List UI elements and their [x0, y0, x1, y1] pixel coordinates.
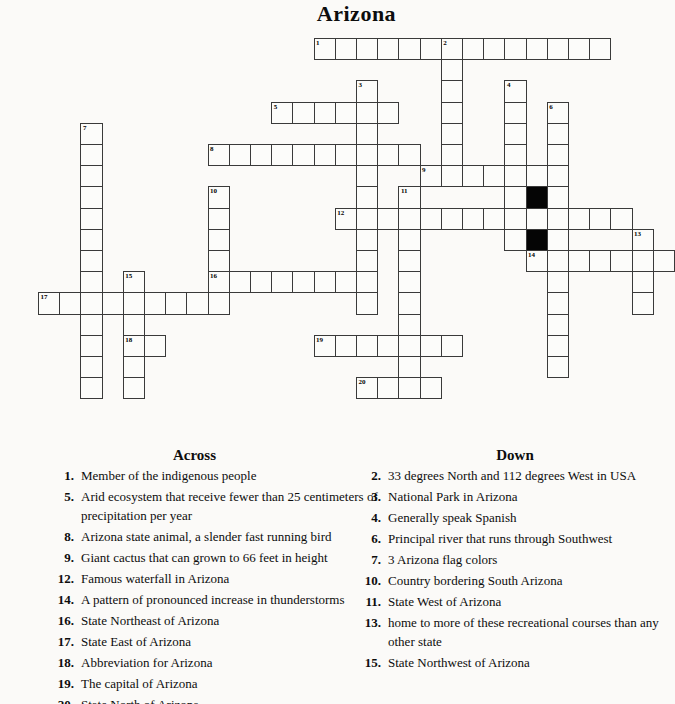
cell-6-19[interactable] — [441, 165, 463, 187]
clue-down-2: 2.33 degrees North and 112 degrees West … — [355, 466, 670, 485]
cell-7-8[interactable]: 10 — [208, 186, 230, 208]
cell-8-19[interactable] — [441, 208, 463, 230]
cell-8-16[interactable] — [377, 208, 399, 230]
cell-15-4[interactable] — [123, 356, 145, 378]
cell-10-28[interactable] — [632, 250, 654, 272]
cell-12-7[interactable] — [186, 292, 208, 314]
cell-3-19[interactable] — [441, 102, 463, 124]
clue-number: 12. — [52, 569, 81, 588]
cell-10-15[interactable] — [356, 250, 378, 272]
clue-text: State Northwest of Arizona — [388, 653, 660, 672]
clue-number: 14. — [52, 590, 81, 609]
cell-8-8[interactable] — [208, 208, 230, 230]
cell-12-1[interactable] — [59, 292, 81, 314]
clue-text: Principal river that runs through Southw… — [388, 529, 660, 548]
clue-across-17: 17.State East of Arizona — [52, 632, 394, 651]
cell-16-2[interactable] — [80, 377, 102, 399]
cell-15-24[interactable] — [547, 356, 569, 378]
clue-down-11: 11.State West of Arizona — [355, 592, 670, 611]
cell-11-14[interactable] — [335, 271, 357, 293]
clue-text: Famous waterfall in Arizona — [81, 569, 386, 588]
cell-11-12[interactable] — [292, 271, 314, 293]
clue-across-14: 14.A pattern of pronounced increase in t… — [52, 590, 394, 609]
cell-3-16[interactable] — [377, 102, 399, 124]
cell-14-4[interactable]: 18 — [123, 335, 145, 357]
cell-7-24[interactable] — [547, 186, 569, 208]
clue-text: State East of Arizona — [81, 632, 386, 651]
clue-text: Arizona state animal, a slender fast run… — [81, 527, 386, 546]
cell-5-22[interactable] — [504, 144, 526, 166]
cell-14-15[interactable] — [356, 335, 378, 357]
cell-11-2[interactable] — [80, 271, 102, 293]
cell-8-25[interactable] — [568, 208, 590, 230]
cell-number-13: 13 — [634, 230, 641, 238]
cell-10-25[interactable] — [568, 250, 590, 272]
cell-13-17[interactable] — [398, 314, 420, 336]
cell-number-20: 20 — [359, 378, 366, 386]
cell-number-5: 5 — [274, 103, 278, 111]
cell-8-27[interactable] — [610, 208, 632, 230]
cell-11-8[interactable]: 16 — [208, 271, 230, 293]
cell-number-15: 15 — [125, 272, 132, 280]
clue-number: 17. — [52, 632, 81, 651]
clue-across-16: 16.State Northeast of Arizona — [52, 611, 394, 630]
cell-number-18: 18 — [125, 336, 132, 344]
cell-0-20[interactable] — [462, 38, 484, 60]
cell-10-17[interactable] — [398, 250, 420, 272]
cell-3-24[interactable]: 6 — [547, 102, 569, 124]
cell-14-5[interactable] — [144, 335, 166, 357]
across-clues-section: Across 1.Member of the indigenous people… — [52, 446, 394, 704]
clue-down-6: 6.Principal river that runs through Sout… — [355, 529, 670, 548]
cell-1-19[interactable] — [441, 59, 463, 81]
cell-14-2[interactable] — [80, 335, 102, 357]
cell-6-18[interactable]: 9 — [420, 165, 442, 187]
cell-number-9: 9 — [422, 166, 426, 174]
clue-across-8: 8.Arizona state animal, a slender fast r… — [52, 527, 394, 546]
clue-text: home to more of these recreational cours… — [388, 613, 660, 651]
cell-8-22[interactable] — [504, 208, 526, 230]
cell-11-4[interactable]: 15 — [123, 271, 145, 293]
cell-12-4[interactable] — [123, 292, 145, 314]
cell-5-12[interactable] — [292, 144, 314, 166]
cell-3-13[interactable] — [314, 102, 336, 124]
cell-9-8[interactable] — [208, 229, 230, 251]
cell-13-2[interactable] — [80, 314, 102, 336]
cell-number-2: 2 — [443, 39, 447, 47]
cell-number-11: 11 — [401, 187, 408, 195]
cell-number-6: 6 — [549, 103, 553, 111]
cell-8-23[interactable] — [526, 208, 548, 230]
cell-10-27[interactable] — [610, 250, 632, 272]
cell-0-23[interactable] — [526, 38, 548, 60]
cell-14-19[interactable] — [441, 335, 463, 357]
cell-number-14: 14 — [528, 251, 535, 259]
clue-across-1: 1.Member of the indigenous people — [52, 466, 394, 485]
clue-across-18: 18.Abbreviation for Arizona — [52, 653, 394, 672]
cell-12-17[interactable] — [398, 292, 420, 314]
across-clue-list: 1.Member of the indigenous people5.Arid … — [52, 466, 394, 704]
cell-number-16: 16 — [210, 272, 217, 280]
cell-3-12[interactable] — [292, 102, 314, 124]
cell-number-17: 17 — [41, 293, 48, 301]
cell-9-15[interactable] — [356, 229, 378, 251]
cell-13-4[interactable] — [123, 314, 145, 336]
clue-number: 18. — [52, 653, 81, 672]
cell-5-14[interactable] — [335, 144, 357, 166]
cell-11-9[interactable] — [229, 271, 251, 293]
clue-text: Member of the indigenous people — [81, 466, 386, 485]
cell-12-28[interactable] — [632, 292, 654, 314]
clue-across-12: 12.Famous waterfall in Arizona — [52, 569, 394, 588]
cell-4-15[interactable] — [356, 123, 378, 145]
cell-0-26[interactable] — [589, 38, 611, 60]
cell-14-14[interactable] — [335, 335, 357, 357]
clue-text: Generally speak Spanish — [388, 508, 660, 527]
cell-3-22[interactable] — [504, 102, 526, 124]
cell-16-4[interactable] — [123, 377, 145, 399]
cell-3-15[interactable] — [356, 102, 378, 124]
cell-8-21[interactable] — [483, 208, 505, 230]
cell-9-22[interactable] — [504, 229, 526, 251]
cell-6-21[interactable] — [483, 165, 505, 187]
cell-8-15[interactable] — [356, 208, 378, 230]
cell-0-13[interactable]: 1 — [314, 38, 336, 60]
cell-2-22[interactable]: 4 — [504, 80, 526, 102]
cell-5-19[interactable] — [441, 144, 463, 166]
cell-9-17[interactable] — [398, 229, 420, 251]
cell-0-17[interactable] — [398, 38, 420, 60]
cell-8-2[interactable] — [80, 208, 102, 230]
clue-text: State North of Arizona — [81, 695, 386, 704]
cell-10-2[interactable] — [80, 250, 102, 272]
cell-6-23[interactable] — [526, 165, 548, 187]
cell-15-17[interactable] — [398, 356, 420, 378]
blocked-cell-7-23 — [526, 186, 548, 208]
clue-text: Abbreviation for Arizona — [81, 653, 386, 672]
cell-11-28[interactable] — [632, 271, 654, 293]
cell-11-10[interactable] — [250, 271, 272, 293]
cell-5-10[interactable] — [250, 144, 272, 166]
clue-number: 6. — [355, 529, 388, 548]
clue-number: 13. — [355, 613, 388, 651]
cell-14-18[interactable] — [420, 335, 442, 357]
cell-number-7: 7 — [83, 124, 87, 132]
clue-down-3: 3.National Park in Arizona — [355, 487, 670, 506]
cell-number-12: 12 — [337, 209, 344, 217]
clue-number: 16. — [52, 611, 81, 630]
cell-8-18[interactable] — [420, 208, 442, 230]
cell-number-1: 1 — [316, 39, 320, 47]
cell-5-8[interactable]: 8 — [208, 144, 230, 166]
cell-0-15[interactable] — [356, 38, 378, 60]
down-header: Down — [355, 446, 675, 464]
cell-8-17[interactable] — [398, 208, 420, 230]
cell-16-16[interactable] — [377, 377, 399, 399]
cell-3-14[interactable] — [335, 102, 357, 124]
clue-across-5: 5.Arid ecosystem that receive fewer than… — [52, 487, 394, 525]
cell-12-24[interactable] — [547, 292, 569, 314]
cell-2-19[interactable] — [441, 80, 463, 102]
clue-text: Country bordering South Arizona — [388, 571, 660, 590]
cell-11-24[interactable] — [547, 271, 569, 293]
cell-16-15[interactable]: 20 — [356, 377, 378, 399]
clue-number: 8. — [52, 527, 81, 546]
cell-16-17[interactable] — [398, 377, 420, 399]
cell-5-2[interactable] — [80, 144, 102, 166]
cell-5-16[interactable] — [377, 144, 399, 166]
cell-7-15[interactable] — [356, 186, 378, 208]
clue-number: 11. — [355, 592, 388, 611]
cell-10-29[interactable] — [653, 250, 675, 272]
clue-across-20: 20.State North of Arizona — [52, 695, 394, 704]
cell-12-6[interactable] — [165, 292, 187, 314]
cell-12-2[interactable] — [80, 292, 102, 314]
cell-15-2[interactable] — [80, 356, 102, 378]
across-header: Across — [52, 446, 337, 464]
clue-text: Giant cactus that can grown to 66 feet i… — [81, 548, 386, 567]
clue-down-4: 4.Generally speak Spanish — [355, 508, 670, 527]
cell-4-19[interactable] — [441, 123, 463, 145]
cell-6-15[interactable] — [356, 165, 378, 187]
cell-6-20[interactable] — [462, 165, 484, 187]
cell-14-13[interactable]: 19 — [314, 335, 336, 357]
cell-14-24[interactable] — [547, 335, 569, 357]
clue-number: 9. — [52, 548, 81, 567]
cell-0-16[interactable] — [377, 38, 399, 60]
cell-0-24[interactable] — [547, 38, 569, 60]
cell-9-28[interactable]: 13 — [632, 229, 654, 251]
cell-0-18[interactable] — [420, 38, 442, 60]
cell-0-19[interactable]: 2 — [441, 38, 463, 60]
cell-6-22[interactable] — [504, 165, 526, 187]
clue-text: State Northeast of Arizona — [81, 611, 386, 630]
clue-down-10: 10.Country bordering South Arizona — [355, 571, 670, 590]
cell-10-24[interactable] — [547, 250, 569, 272]
puzzle-title: Arizona — [38, 1, 675, 27]
clue-across-9: 9.Giant cactus that can grown to 66 feet… — [52, 548, 394, 567]
cell-6-24[interactable] — [547, 165, 569, 187]
cell-2-15[interactable]: 3 — [356, 80, 378, 102]
cell-9-24[interactable] — [547, 229, 569, 251]
cell-4-22[interactable] — [504, 123, 526, 145]
clue-number: 19. — [52, 674, 81, 693]
cell-number-4: 4 — [507, 81, 511, 89]
cell-6-2[interactable] — [80, 165, 102, 187]
cell-12-0[interactable]: 17 — [38, 292, 60, 314]
cell-5-13[interactable] — [314, 144, 336, 166]
clue-text: State West of Arizona — [388, 592, 660, 611]
clue-number: 5. — [52, 487, 81, 525]
cell-7-22[interactable] — [504, 186, 526, 208]
cell-11-17[interactable] — [398, 271, 420, 293]
cell-12-15[interactable] — [356, 292, 378, 314]
cell-12-5[interactable] — [144, 292, 166, 314]
cell-0-25[interactable] — [568, 38, 590, 60]
cell-number-10: 10 — [210, 187, 217, 195]
cell-0-22[interactable] — [504, 38, 526, 60]
clue-number: 7. — [355, 550, 388, 569]
clue-number: 20. — [52, 695, 81, 704]
cell-14-17[interactable] — [398, 335, 420, 357]
cell-5-11[interactable] — [271, 144, 293, 166]
clue-across-19: 19.The capital of Arizona — [52, 674, 394, 693]
cell-5-17[interactable] — [398, 144, 420, 166]
down-clues-section: Down 2.33 degrees North and 112 degrees … — [355, 446, 670, 674]
cell-7-2[interactable] — [80, 186, 102, 208]
cell-12-3[interactable] — [102, 292, 124, 314]
cell-14-16[interactable] — [377, 335, 399, 357]
cell-10-23[interactable]: 14 — [526, 250, 548, 272]
crossword-grid: 1234567891011121314151617181920 — [38, 38, 675, 399]
clue-number: 1. — [52, 466, 81, 485]
cell-10-8[interactable] — [208, 250, 230, 272]
cell-number-8: 8 — [210, 145, 214, 153]
cell-0-21[interactable] — [483, 38, 505, 60]
cell-10-26[interactable] — [589, 250, 611, 272]
cell-11-11[interactable] — [271, 271, 293, 293]
clue-number: 15. — [355, 653, 388, 672]
cell-5-15[interactable] — [356, 144, 378, 166]
clue-text: A pattern of pronounced increase in thun… — [81, 590, 386, 609]
cell-0-14[interactable] — [335, 38, 357, 60]
clue-text: National Park in Arizona — [388, 487, 660, 506]
cell-4-2[interactable]: 7 — [80, 123, 102, 145]
blocked-cell-9-23 — [526, 229, 548, 251]
cell-5-24[interactable] — [547, 144, 569, 166]
clue-number: 10. — [355, 571, 388, 590]
cell-11-13[interactable] — [314, 271, 336, 293]
clue-text: The capital of Arizona — [81, 674, 386, 693]
clue-text: 3 Arizona flag colors — [388, 550, 660, 569]
cell-8-20[interactable] — [462, 208, 484, 230]
clue-down-7: 7.3 Arizona flag colors — [355, 550, 670, 569]
cell-5-9[interactable] — [229, 144, 251, 166]
clue-down-15: 15.State Northwest of Arizona — [355, 653, 670, 672]
clue-down-13: 13.home to more of these recreational co… — [355, 613, 670, 651]
cell-3-11[interactable]: 5 — [271, 102, 293, 124]
clue-text: 33 degrees North and 112 degrees West in… — [388, 466, 660, 485]
clue-number: 3. — [355, 487, 388, 506]
clue-number: 2. — [355, 466, 388, 485]
cell-13-24[interactable] — [547, 314, 569, 336]
clue-text: Arid ecosystem that receive fewer than 2… — [81, 487, 386, 525]
cell-number-19: 19 — [316, 336, 323, 344]
cell-8-26[interactable] — [589, 208, 611, 230]
clue-number: 4. — [355, 508, 388, 527]
cell-16-18[interactable] — [420, 377, 442, 399]
cell-8-24[interactable] — [547, 208, 569, 230]
cell-8-14[interactable]: 12 — [335, 208, 357, 230]
down-clue-list: 2.33 degrees North and 112 degrees West … — [355, 466, 670, 672]
cell-number-3: 3 — [359, 81, 363, 89]
cell-11-15[interactable] — [356, 271, 378, 293]
cell-7-17[interactable]: 11 — [398, 186, 420, 208]
cell-9-2[interactable] — [80, 229, 102, 251]
cell-4-24[interactable] — [547, 123, 569, 145]
cell-12-8[interactable] — [208, 292, 230, 314]
crossword-worksheet: Arizona 1234567891011121314151617181920 … — [0, 0, 675, 704]
